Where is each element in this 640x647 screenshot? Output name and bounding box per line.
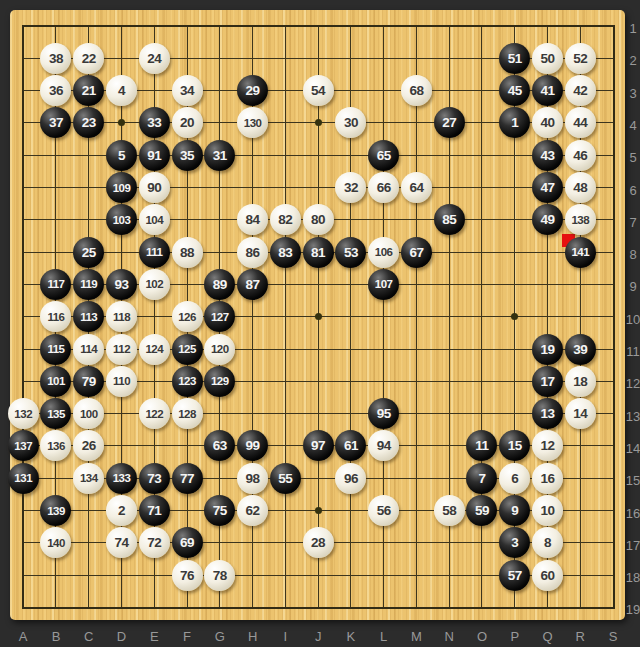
row-label: 13 bbox=[626, 408, 640, 423]
row-label: 6 bbox=[629, 182, 636, 197]
stone-move-62[interactable]: 62 bbox=[237, 495, 268, 526]
stone-move-4[interactable]: 4 bbox=[106, 75, 137, 106]
stone-move-107[interactable]: 107 bbox=[368, 269, 399, 300]
stone-move-25[interactable]: 25 bbox=[73, 237, 104, 268]
stone-move-51[interactable]: 51 bbox=[499, 43, 530, 74]
column-label: J bbox=[315, 629, 322, 644]
stone-move-131[interactable]: 131 bbox=[8, 463, 39, 494]
stone-move-17[interactable]: 17 bbox=[532, 366, 563, 397]
stone-move-39[interactable]: 39 bbox=[565, 334, 596, 365]
stone-move-60[interactable]: 60 bbox=[532, 560, 563, 591]
stone-move-111[interactable]: 111 bbox=[139, 237, 170, 268]
row-label: 5 bbox=[629, 150, 636, 165]
stone-move-7[interactable]: 7 bbox=[466, 463, 497, 494]
stone-move-13[interactable]: 13 bbox=[532, 398, 563, 429]
column-label: F bbox=[183, 629, 191, 644]
stone-move-58[interactable]: 58 bbox=[434, 495, 465, 526]
row-label: 1 bbox=[629, 21, 636, 36]
stone-move-87[interactable]: 87 bbox=[237, 269, 268, 300]
stone-move-5[interactable]: 5 bbox=[106, 140, 137, 171]
stone-move-27[interactable]: 27 bbox=[434, 107, 465, 138]
stone-move-114[interactable]: 114 bbox=[73, 334, 104, 365]
row-label: 17 bbox=[626, 537, 640, 552]
stone-move-96[interactable]: 96 bbox=[335, 463, 366, 494]
stone-move-88[interactable]: 88 bbox=[172, 237, 203, 268]
stone-move-81[interactable]: 81 bbox=[303, 237, 334, 268]
stone-move-65[interactable]: 65 bbox=[368, 140, 399, 171]
stone-move-66[interactable]: 66 bbox=[368, 172, 399, 203]
stone-move-109[interactable]: 109 bbox=[106, 172, 137, 203]
stone-move-44[interactable]: 44 bbox=[565, 107, 596, 138]
row-label: 3 bbox=[629, 85, 636, 100]
stone-move-76[interactable]: 76 bbox=[172, 560, 203, 591]
stone-move-46[interactable]: 46 bbox=[565, 140, 596, 171]
stone-move-14[interactable]: 14 bbox=[565, 398, 596, 429]
stone-move-85[interactable]: 85 bbox=[434, 204, 465, 235]
star-point bbox=[315, 313, 322, 320]
column-label: L bbox=[380, 629, 387, 644]
column-label: G bbox=[215, 629, 225, 644]
stone-move-48[interactable]: 48 bbox=[565, 172, 596, 203]
stone-move-78[interactable]: 78 bbox=[204, 560, 235, 591]
stone-move-123[interactable]: 123 bbox=[172, 366, 203, 397]
stone-move-6[interactable]: 6 bbox=[499, 463, 530, 494]
stone-move-119[interactable]: 119 bbox=[73, 269, 104, 300]
stone-move-69[interactable]: 69 bbox=[172, 527, 203, 558]
stone-move-57[interactable]: 57 bbox=[499, 560, 530, 591]
stone-move-128[interactable]: 128 bbox=[172, 398, 203, 429]
stone-move-73[interactable]: 73 bbox=[139, 463, 170, 494]
stone-move-47[interactable]: 47 bbox=[532, 172, 563, 203]
column-label: R bbox=[576, 629, 585, 644]
column-label: K bbox=[347, 629, 356, 644]
stone-move-50[interactable]: 50 bbox=[532, 43, 563, 74]
column-label: C bbox=[84, 629, 93, 644]
stone-move-133[interactable]: 133 bbox=[106, 463, 137, 494]
row-label: 10 bbox=[626, 311, 640, 326]
stone-move-68[interactable]: 68 bbox=[401, 75, 432, 106]
row-label: 15 bbox=[626, 473, 640, 488]
stone-move-71[interactable]: 71 bbox=[139, 495, 170, 526]
stone-move-20[interactable]: 20 bbox=[172, 107, 203, 138]
stone-move-79[interactable]: 79 bbox=[73, 366, 104, 397]
stone-move-55[interactable]: 55 bbox=[270, 463, 301, 494]
row-label: 16 bbox=[626, 505, 640, 520]
stone-move-134[interactable]: 134 bbox=[73, 463, 104, 494]
stone-move-43[interactable]: 43 bbox=[532, 140, 563, 171]
column-label: O bbox=[477, 629, 487, 644]
column-label: B bbox=[52, 629, 61, 644]
stone-move-64[interactable]: 64 bbox=[401, 172, 432, 203]
row-label: 12 bbox=[626, 376, 640, 391]
stone-move-129[interactable]: 129 bbox=[204, 366, 235, 397]
row-label: 19 bbox=[626, 602, 640, 617]
stone-move-35[interactable]: 35 bbox=[172, 140, 203, 171]
stone-move-53[interactable]: 53 bbox=[335, 237, 366, 268]
row-label: 8 bbox=[629, 247, 636, 262]
stone-move-72[interactable]: 72 bbox=[139, 527, 170, 558]
stone-move-67[interactable]: 67 bbox=[401, 237, 432, 268]
row-label: 11 bbox=[626, 344, 640, 359]
stone-move-125[interactable]: 125 bbox=[172, 334, 203, 365]
stone-move-56[interactable]: 56 bbox=[368, 495, 399, 526]
column-label: M bbox=[411, 629, 422, 644]
column-label: I bbox=[284, 629, 288, 644]
stone-move-118[interactable]: 118 bbox=[106, 301, 137, 332]
stone-move-137[interactable]: 137 bbox=[8, 430, 39, 461]
stone-move-28[interactable]: 28 bbox=[303, 527, 334, 558]
stone-move-31[interactable]: 31 bbox=[204, 140, 235, 171]
stone-move-120[interactable]: 120 bbox=[204, 334, 235, 365]
stone-move-29[interactable]: 29 bbox=[237, 75, 268, 106]
stone-move-41[interactable]: 41 bbox=[532, 75, 563, 106]
stone-move-106[interactable]: 106 bbox=[368, 237, 399, 268]
stone-move-98[interactable]: 98 bbox=[237, 463, 268, 494]
stone-move-132[interactable]: 132 bbox=[8, 398, 39, 429]
stone-move-93[interactable]: 93 bbox=[106, 269, 137, 300]
stone-move-33[interactable]: 33 bbox=[139, 107, 170, 138]
stone-move-52[interactable]: 52 bbox=[565, 43, 596, 74]
stone-move-24[interactable]: 24 bbox=[139, 43, 170, 74]
stone-move-18[interactable]: 18 bbox=[565, 366, 596, 397]
column-label: A bbox=[19, 629, 28, 644]
row-label: 18 bbox=[626, 570, 640, 585]
stone-move-16[interactable]: 16 bbox=[532, 463, 563, 494]
stone-move-22[interactable]: 22 bbox=[73, 43, 104, 74]
stone-move-104[interactable]: 104 bbox=[139, 204, 170, 235]
stone-move-34[interactable]: 34 bbox=[172, 75, 203, 106]
stone-move-115[interactable]: 115 bbox=[40, 334, 71, 365]
stone-move-112[interactable]: 112 bbox=[106, 334, 137, 365]
column-label: N bbox=[445, 629, 454, 644]
stone-move-80[interactable]: 80 bbox=[303, 204, 334, 235]
row-label: 2 bbox=[629, 53, 636, 68]
stone-move-54[interactable]: 54 bbox=[303, 75, 334, 106]
stone-move-2[interactable]: 2 bbox=[106, 495, 137, 526]
stone-move-90[interactable]: 90 bbox=[139, 172, 170, 203]
stone-move-138[interactable]: 138 bbox=[565, 204, 596, 235]
stone-move-110[interactable]: 110 bbox=[106, 366, 137, 397]
column-label: E bbox=[150, 629, 159, 644]
stone-move-82[interactable]: 82 bbox=[270, 204, 301, 235]
column-label: D bbox=[117, 629, 126, 644]
stone-move-91[interactable]: 91 bbox=[139, 140, 170, 171]
stone-move-97[interactable]: 97 bbox=[303, 430, 334, 461]
row-label: 14 bbox=[626, 440, 640, 455]
column-label: S bbox=[609, 629, 618, 644]
star-point bbox=[315, 507, 322, 514]
stone-move-124[interactable]: 124 bbox=[139, 334, 170, 365]
stone-move-77[interactable]: 77 bbox=[172, 463, 203, 494]
go-board-stage: ABCDEFGHIJKLMNOPQRS123456789101112131415… bbox=[0, 0, 640, 647]
stone-move-102[interactable]: 102 bbox=[139, 269, 170, 300]
column-label: P bbox=[510, 629, 519, 644]
column-label: Q bbox=[542, 629, 552, 644]
stone-move-10[interactable]: 10 bbox=[532, 495, 563, 526]
stone-move-126[interactable]: 126 bbox=[172, 301, 203, 332]
stone-move-86[interactable]: 86 bbox=[237, 237, 268, 268]
row-label: 4 bbox=[629, 117, 636, 132]
stone-move-89[interactable]: 89 bbox=[204, 269, 235, 300]
stone-move-42[interactable]: 42 bbox=[565, 75, 596, 106]
row-label: 7 bbox=[629, 214, 636, 229]
row-label: 9 bbox=[629, 279, 636, 294]
stone-move-83[interactable]: 83 bbox=[270, 237, 301, 268]
stone-move-122[interactable]: 122 bbox=[139, 398, 170, 429]
stone-move-141[interactable]: 141 bbox=[565, 237, 596, 268]
stone-move-19[interactable]: 19 bbox=[532, 334, 563, 365]
column-label: H bbox=[248, 629, 257, 644]
